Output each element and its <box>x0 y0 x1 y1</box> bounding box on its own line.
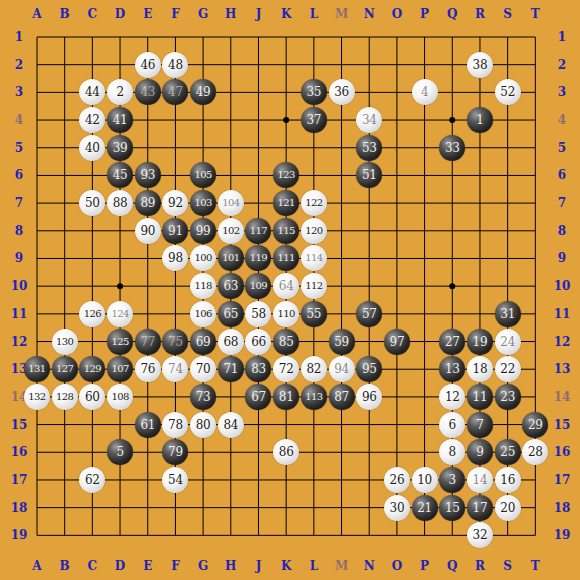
stone-white[interactable]: 44 <box>79 79 105 105</box>
stone-white[interactable]: 30 <box>384 495 410 521</box>
stone-black[interactable]: 15 <box>439 495 465 521</box>
stone-black[interactable]: 23 <box>495 384 521 410</box>
stone-black[interactable]: 3 <box>439 467 465 493</box>
stone-black[interactable]: 9 <box>467 439 493 465</box>
stone-white[interactable]: 62 <box>79 467 105 493</box>
stone-black[interactable]: 29 <box>522 412 548 438</box>
stone-white[interactable]: 82 <box>301 356 327 382</box>
stone-move-number: 94 <box>334 363 349 375</box>
stone-move-number: 30 <box>390 502 405 514</box>
stone-black[interactable]: 113 <box>301 384 327 410</box>
stone-white[interactable]: 26 <box>384 467 410 493</box>
row-label-right: 16 <box>554 446 571 458</box>
stone-move-number: 104 <box>222 197 239 209</box>
stone-white[interactable]: 74 <box>162 356 188 382</box>
stone-move-number: 92 <box>168 197 183 209</box>
stone-move-number: 71 <box>223 363 238 375</box>
column-label-top: P <box>420 8 429 20</box>
stone-move-number: 88 <box>113 197 128 209</box>
stone-move-number: 127 <box>56 363 73 375</box>
stone-move-number: 66 <box>251 336 266 348</box>
stone-move-number: 20 <box>500 502 515 514</box>
stone-white[interactable]: 64 <box>273 273 299 299</box>
stone-black[interactable]: 103 <box>190 190 216 216</box>
column-label-top: R <box>475 8 485 20</box>
stone-black[interactable]: 129 <box>79 356 105 382</box>
stone-move-number: 79 <box>168 446 183 458</box>
row-label-right: 7 <box>558 197 566 209</box>
row-label-right: 17 <box>554 474 571 486</box>
stone-move-number: 46 <box>140 59 155 71</box>
row-label-right: 10 <box>554 280 571 292</box>
row-label-left: 8 <box>15 225 23 237</box>
stone-move-number: 2 <box>116 86 123 98</box>
stone-move-number: 53 <box>362 142 377 154</box>
column-label-bottom: J <box>256 560 262 572</box>
column-label-top: H <box>225 8 236 20</box>
stone-move-number: 103 <box>194 197 211 209</box>
stone-white[interactable]: 106 <box>190 301 216 327</box>
stone-black[interactable]: 25 <box>495 439 521 465</box>
stone-move-number: 106 <box>194 308 211 320</box>
column-label-top: E <box>143 8 152 20</box>
stone-white[interactable]: 86 <box>273 439 299 465</box>
stone-black[interactable]: 5 <box>107 439 133 465</box>
stone-move-number: 82 <box>307 363 322 375</box>
stone-move-number: 37 <box>307 114 322 126</box>
column-label-bottom: R <box>475 560 485 572</box>
stone-white[interactable]: 132 <box>24 384 50 410</box>
column-label-bottom: N <box>364 560 375 572</box>
stone-move-number: 47 <box>168 86 183 98</box>
stone-white[interactable]: 104 <box>218 190 244 216</box>
stone-white[interactable]: 108 <box>107 384 133 410</box>
row-label-right: 3 <box>558 86 566 98</box>
stone-black[interactable]: 89 <box>135 190 161 216</box>
stone-white[interactable]: 84 <box>218 412 244 438</box>
stone-move-number: 24 <box>500 336 515 348</box>
stone-white[interactable]: 24 <box>495 329 521 355</box>
row-label-right: 6 <box>558 169 566 181</box>
column-label-bottom: M <box>335 560 348 572</box>
stone-white[interactable]: 110 <box>273 301 299 327</box>
stone-black[interactable]: 41 <box>107 107 133 133</box>
column-label-top: S <box>503 8 512 20</box>
stone-move-number: 72 <box>279 363 294 375</box>
column-label-top: B <box>60 8 70 20</box>
stone-move-number: 118 <box>194 280 211 292</box>
stone-black[interactable]: 81 <box>273 384 299 410</box>
stone-move-number: 63 <box>223 280 238 292</box>
row-label-right: 4 <box>558 114 566 126</box>
stone-black[interactable]: 123 <box>273 162 299 188</box>
stone-move-number: 97 <box>390 336 405 348</box>
stone-white[interactable]: 88 <box>107 190 133 216</box>
stone-black[interactable]: 27 <box>439 329 465 355</box>
stone-move-number: 10 <box>417 474 432 486</box>
stone-black[interactable]: 71 <box>218 356 244 382</box>
stone-move-number: 35 <box>307 86 322 98</box>
stone-white[interactable]: 12 <box>439 384 465 410</box>
column-label-top: N <box>364 8 375 20</box>
stone-white[interactable]: 48 <box>162 52 188 78</box>
stone-white[interactable]: 4 <box>412 79 438 105</box>
stone-black[interactable]: 13 <box>439 356 465 382</box>
stone-white[interactable]: 10 <box>412 467 438 493</box>
stone-black[interactable]: 119 <box>245 245 271 271</box>
stone-white[interactable]: 58 <box>245 301 271 327</box>
stone-move-number: 101 <box>222 252 239 264</box>
star-point <box>449 117 455 123</box>
stone-black[interactable]: 67 <box>245 384 271 410</box>
stone-move-number: 87 <box>334 391 349 403</box>
stone-move-number: 18 <box>473 363 488 375</box>
stone-black[interactable]: 91 <box>162 218 188 244</box>
stone-white[interactable]: 98 <box>162 245 188 271</box>
stone-white[interactable]: 126 <box>79 301 105 327</box>
stone-white[interactable]: 130 <box>52 329 78 355</box>
stone-black[interactable]: 115 <box>273 218 299 244</box>
stone-move-number: 44 <box>85 86 100 98</box>
stone-black[interactable]: 131 <box>24 356 50 382</box>
stone-white[interactable]: 20 <box>495 495 521 521</box>
stone-black[interactable]: 111 <box>273 245 299 271</box>
stone-move-number: 64 <box>279 280 294 292</box>
stone-black[interactable]: 65 <box>218 301 244 327</box>
stone-move-number: 1 <box>476 114 483 126</box>
stone-white[interactable]: 114 <box>301 245 327 271</box>
stone-move-number: 6 <box>449 419 456 431</box>
stone-move-number: 27 <box>445 336 460 348</box>
column-label-top: J <box>256 8 262 20</box>
stone-move-number: 5 <box>116 446 123 458</box>
stone-move-number: 9 <box>476 446 483 458</box>
stone-white[interactable]: 94 <box>329 356 355 382</box>
stone-move-number: 68 <box>223 336 238 348</box>
stone-black[interactable]: 101 <box>218 245 244 271</box>
stone-move-number: 76 <box>140 363 155 375</box>
stone-white[interactable]: 6 <box>439 412 465 438</box>
stone-black[interactable]: 127 <box>52 356 78 382</box>
stone-move-number: 130 <box>56 336 73 348</box>
star-point <box>449 283 455 289</box>
stone-move-number: 77 <box>140 336 155 348</box>
column-label-top: K <box>281 8 291 20</box>
stone-move-number: 126 <box>84 308 101 320</box>
stone-white[interactable]: 90 <box>135 218 161 244</box>
row-label-right: 9 <box>558 252 566 264</box>
stone-move-number: 54 <box>168 474 183 486</box>
stone-move-number: 45 <box>113 169 128 181</box>
row-label-right: 13 <box>554 363 571 375</box>
stone-white[interactable]: 124 <box>107 301 133 327</box>
stone-black[interactable]: 105 <box>190 162 216 188</box>
column-label-bottom: P <box>420 560 429 572</box>
stone-black[interactable]: 51 <box>356 162 382 188</box>
stone-black[interactable]: 59 <box>329 329 355 355</box>
stone-white[interactable]: 122 <box>301 190 327 216</box>
stone-move-number: 93 <box>140 169 155 181</box>
stone-black[interactable]: 99 <box>190 218 216 244</box>
column-label-top: Q <box>447 8 457 20</box>
column-label-bottom: L <box>310 560 318 572</box>
stone-move-number: 91 <box>168 225 183 237</box>
stone-move-number: 110 <box>278 308 295 320</box>
stone-move-number: 123 <box>278 169 295 181</box>
row-label-left: 17 <box>11 474 28 486</box>
stone-black[interactable]: 33 <box>439 135 465 161</box>
stone-black[interactable]: 125 <box>107 329 133 355</box>
stone-move-number: 22 <box>500 363 515 375</box>
stone-move-number: 81 <box>279 391 294 403</box>
stone-move-number: 80 <box>196 419 211 431</box>
stone-white[interactable]: 68 <box>218 329 244 355</box>
stone-black[interactable]: 87 <box>329 384 355 410</box>
stone-move-number: 95 <box>362 363 377 375</box>
stone-white[interactable]: 50 <box>79 190 105 216</box>
stone-black[interactable]: 109 <box>245 273 271 299</box>
stone-white[interactable]: 76 <box>135 356 161 382</box>
column-label-top: M <box>335 8 348 20</box>
stone-black[interactable]: 55 <box>301 301 327 327</box>
stone-white[interactable]: 52 <box>495 79 521 105</box>
stone-move-number: 25 <box>500 446 515 458</box>
stone-white[interactable]: 120 <box>301 218 327 244</box>
stone-move-number: 19 <box>473 336 488 348</box>
column-label-bottom: K <box>281 560 291 572</box>
column-label-bottom: G <box>198 560 208 572</box>
stone-move-number: 28 <box>528 446 543 458</box>
stone-black[interactable]: 45 <box>107 162 133 188</box>
stone-move-number: 7 <box>476 419 483 431</box>
stone-move-number: 59 <box>334 336 349 348</box>
stone-black[interactable]: 83 <box>245 356 271 382</box>
stone-move-number: 61 <box>140 419 155 431</box>
stone-black[interactable]: 69 <box>190 329 216 355</box>
stone-white[interactable]: 80 <box>190 412 216 438</box>
stone-move-number: 111 <box>278 252 295 264</box>
stone-move-number: 108 <box>111 391 128 403</box>
stone-move-number: 86 <box>279 446 294 458</box>
stone-move-number: 3 <box>449 474 456 486</box>
stone-white[interactable]: 40 <box>79 135 105 161</box>
stone-white[interactable]: 66 <box>245 329 271 355</box>
stone-black[interactable]: 49 <box>190 79 216 105</box>
stone-move-number: 32 <box>473 529 488 541</box>
stone-white[interactable]: 92 <box>162 190 188 216</box>
stone-move-number: 50 <box>85 197 100 209</box>
stone-white[interactable]: 14 <box>467 467 493 493</box>
stone-move-number: 70 <box>196 363 211 375</box>
stone-move-number: 78 <box>168 419 183 431</box>
stone-white[interactable]: 38 <box>467 52 493 78</box>
stone-move-number: 51 <box>362 169 377 181</box>
stone-black[interactable]: 1 <box>467 107 493 133</box>
stone-move-number: 16 <box>500 474 515 486</box>
stone-move-number: 131 <box>28 363 45 375</box>
stone-black[interactable]: 39 <box>107 135 133 161</box>
stone-white[interactable]: 96 <box>356 384 382 410</box>
column-label-top: A <box>32 8 41 20</box>
stone-black[interactable]: 35 <box>301 79 327 105</box>
stone-black[interactable]: 97 <box>384 329 410 355</box>
stone-black[interactable]: 63 <box>218 273 244 299</box>
stone-white[interactable]: 2 <box>107 79 133 105</box>
stone-black[interactable]: 57 <box>356 301 382 327</box>
stone-move-number: 55 <box>307 308 322 320</box>
stone-move-number: 11 <box>473 391 488 403</box>
stone-black[interactable]: 121 <box>273 190 299 216</box>
stone-move-number: 39 <box>113 142 128 154</box>
stone-black[interactable]: 107 <box>107 356 133 382</box>
row-label-left: 7 <box>15 197 23 209</box>
stone-white[interactable]: 16 <box>495 467 521 493</box>
stone-move-number: 96 <box>362 391 377 403</box>
stone-move-number: 13 <box>445 363 460 375</box>
stone-move-number: 74 <box>168 363 183 375</box>
row-label-left: 5 <box>15 142 23 154</box>
stone-move-number: 121 <box>278 197 295 209</box>
stone-white[interactable]: 28 <box>522 439 548 465</box>
column-label-top: C <box>88 8 98 20</box>
stone-move-number: 113 <box>305 391 322 403</box>
stone-white[interactable]: 128 <box>52 384 78 410</box>
column-label-bottom: H <box>225 560 236 572</box>
stone-move-number: 62 <box>85 474 100 486</box>
stone-move-number: 34 <box>362 114 377 126</box>
stone-white[interactable]: 54 <box>162 467 188 493</box>
column-label-bottom: C <box>88 560 98 572</box>
stone-move-number: 114 <box>305 252 322 264</box>
stone-move-number: 36 <box>334 86 349 98</box>
stone-move-number: 26 <box>390 474 405 486</box>
stone-black[interactable]: 31 <box>495 301 521 327</box>
stone-move-number: 129 <box>84 363 101 375</box>
stone-black[interactable]: 75 <box>162 329 188 355</box>
stone-black[interactable]: 93 <box>135 162 161 188</box>
stone-black[interactable]: 7 <box>467 412 493 438</box>
row-label-right: 11 <box>554 308 571 320</box>
stone-move-number: 8 <box>449 446 456 458</box>
stone-black[interactable]: 37 <box>301 107 327 133</box>
stone-move-number: 98 <box>168 252 183 264</box>
stone-move-number: 38 <box>473 59 488 71</box>
column-label-bottom: T <box>531 560 540 572</box>
stone-move-number: 83 <box>251 363 266 375</box>
stone-move-number: 69 <box>196 336 211 348</box>
stone-black[interactable]: 77 <box>135 329 161 355</box>
star-point <box>117 283 123 289</box>
column-label-bottom: B <box>60 560 70 572</box>
stone-black[interactable]: 47 <box>162 79 188 105</box>
row-label-left: 11 <box>11 308 28 320</box>
stone-white[interactable]: 8 <box>439 439 465 465</box>
stone-white[interactable]: 36 <box>329 79 355 105</box>
stone-white[interactable]: 78 <box>162 412 188 438</box>
stone-black[interactable]: 53 <box>356 135 382 161</box>
stone-move-number: 15 <box>445 502 460 514</box>
stone-move-number: 125 <box>111 336 128 348</box>
stone-move-number: 128 <box>56 391 73 403</box>
stone-white[interactable]: 118 <box>190 273 216 299</box>
stone-white[interactable]: 60 <box>79 384 105 410</box>
stone-black[interactable]: 17 <box>467 495 493 521</box>
stone-move-number: 58 <box>251 308 266 320</box>
column-label-bottom: S <box>503 560 512 572</box>
row-label-right: 2 <box>558 59 566 71</box>
stone-move-number: 102 <box>222 225 239 237</box>
stone-white[interactable]: 72 <box>273 356 299 382</box>
stone-black[interactable]: 19 <box>467 329 493 355</box>
stone-move-number: 84 <box>223 419 238 431</box>
stone-white[interactable]: 22 <box>495 356 521 382</box>
stone-move-number: 122 <box>305 197 322 209</box>
column-label-bottom: F <box>171 560 180 572</box>
stone-black[interactable]: 95 <box>356 356 382 382</box>
column-label-top: D <box>115 8 125 20</box>
stone-move-number: 107 <box>111 363 128 375</box>
row-label-right: 5 <box>558 142 566 154</box>
stone-move-number: 17 <box>473 502 488 514</box>
stone-black[interactable]: 79 <box>162 439 188 465</box>
column-label-bottom: A <box>32 560 41 572</box>
stone-white[interactable]: 34 <box>356 107 382 133</box>
stone-move-number: 89 <box>140 197 155 209</box>
stone-white[interactable]: 100 <box>190 245 216 271</box>
stone-move-number: 105 <box>194 169 211 181</box>
stone-white[interactable]: 18 <box>467 356 493 382</box>
stone-move-number: 49 <box>196 86 211 98</box>
stone-black[interactable]: 43 <box>135 79 161 105</box>
row-label-right: 12 <box>554 336 571 348</box>
stone-move-number: 65 <box>223 308 238 320</box>
stone-white[interactable]: 46 <box>135 52 161 78</box>
stone-white[interactable]: 42 <box>79 107 105 133</box>
go-board[interactable]: AABBCCDDEEFFGGHHJJKKLLMMNNOOPPQQRRSSTT11… <box>0 0 580 580</box>
stone-move-number: 132 <box>28 391 45 403</box>
stone-black[interactable]: 11 <box>467 384 493 410</box>
stone-move-number: 112 <box>305 280 322 292</box>
row-label-left: 6 <box>15 169 23 181</box>
stone-move-number: 48 <box>168 59 183 71</box>
column-label-top: F <box>171 8 180 20</box>
stone-white[interactable]: 102 <box>218 218 244 244</box>
stone-move-number: 117 <box>250 225 267 237</box>
stone-black[interactable]: 61 <box>135 412 161 438</box>
row-label-right: 8 <box>558 225 566 237</box>
stone-move-number: 42 <box>85 114 100 126</box>
row-label-left: 18 <box>11 502 28 514</box>
column-label-top: G <box>198 8 208 20</box>
stone-black[interactable]: 73 <box>190 384 216 410</box>
column-label-bottom: O <box>392 560 402 572</box>
stone-black[interactable]: 21 <box>412 495 438 521</box>
stone-move-number: 120 <box>305 225 322 237</box>
stone-black[interactable]: 85 <box>273 329 299 355</box>
stone-move-number: 29 <box>528 419 543 431</box>
row-label-right: 1 <box>558 31 566 43</box>
stone-move-number: 21 <box>417 502 432 514</box>
stone-move-number: 14 <box>473 474 488 486</box>
column-label-bottom: Q <box>447 560 457 572</box>
stone-move-number: 33 <box>445 142 460 154</box>
stone-move-number: 115 <box>278 225 295 237</box>
stone-black[interactable]: 117 <box>245 218 271 244</box>
stone-white[interactable]: 70 <box>190 356 216 382</box>
stone-white[interactable]: 112 <box>301 273 327 299</box>
row-label-left: 16 <box>11 446 28 458</box>
stone-white[interactable]: 32 <box>467 522 493 548</box>
